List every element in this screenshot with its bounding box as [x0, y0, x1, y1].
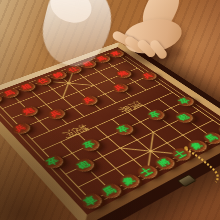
piece-glyph: 兵 [113, 84, 126, 91]
photo-scene: 楚河 漢界 車馬相仕帥仕相馬車炮炮兵兵兵兵兵卒卒卒卒卒砲砲車馬象士將士象馬車 [0, 0, 220, 220]
piece-glyph: 炮 [22, 107, 36, 115]
piece-glyph: 帥 [52, 72, 64, 79]
piece-glyph: 車 [110, 50, 122, 56]
piece-glyph: 相 [20, 83, 33, 90]
piece-glyph: 仕 [36, 77, 49, 84]
piece-glyph: 象 [120, 175, 136, 186]
piece-glyph: 仕 [67, 66, 79, 73]
piece-glyph: 兵 [49, 109, 63, 117]
piece-glyph: 兵 [141, 72, 154, 79]
piece-glyph: 馬 [96, 55, 108, 61]
piece-glyph: 馬 [204, 133, 219, 142]
piece-glyph: 卒 [82, 140, 97, 150]
piece-glyph: 卒 [116, 125, 130, 134]
piece-glyph: 將 [156, 157, 172, 167]
piece-glyph: 兵 [82, 96, 95, 104]
piece-glyph: 士 [173, 149, 189, 159]
piece-glyph: 炮 [116, 70, 129, 77]
piece-glyph: 卒 [148, 110, 162, 118]
piece-glyph: 車 [82, 195, 99, 207]
piece-glyph: 馬 [102, 185, 119, 197]
piece-glyph: 相 [82, 61, 94, 67]
piece-glyph: 砲 [76, 160, 92, 171]
piece-glyph: 兵 [13, 124, 27, 133]
piece-glyph: 士 [138, 166, 154, 177]
piece-glyph: 卒 [178, 97, 192, 105]
piece-glyph: 車 [219, 126, 220, 135]
piece-glyph: 馬 [3, 89, 16, 96]
piece-glyph: 象 [189, 141, 204, 151]
piece-glyph: 砲 [176, 113, 190, 121]
piece-glyph: 卒 [45, 156, 60, 166]
